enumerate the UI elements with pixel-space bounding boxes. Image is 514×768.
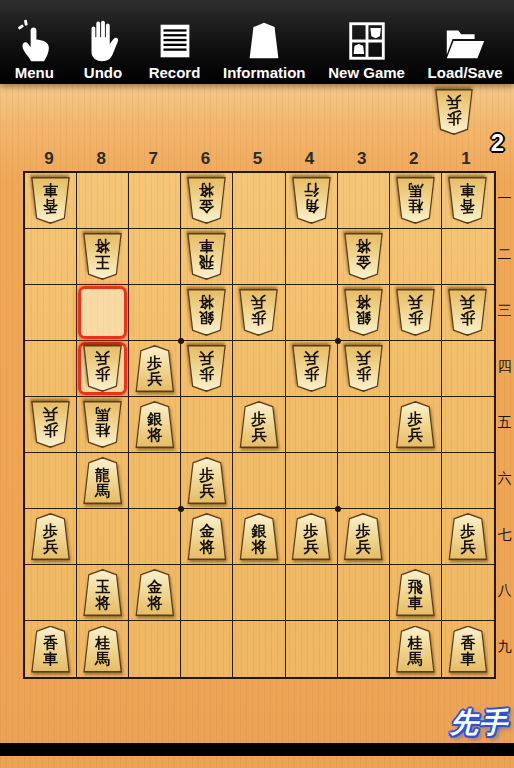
tap-hand-icon [11,18,57,64]
board-cell-2四[interactable] [390,341,442,397]
board-cell-8二[interactable]: 王将 [77,229,129,285]
board-cell-8九[interactable]: 桂馬 [77,621,129,677]
koma-gote: 飛車 [186,233,227,280]
board-cell-1七[interactable]: 歩兵 [442,509,494,565]
koma-sente: 歩兵 [291,513,332,560]
board-cell-6六[interactable]: 歩兵 [181,453,233,509]
record-button[interactable]: Record [147,0,203,84]
rank-label: 二 [495,227,514,283]
board-cell-8一[interactable] [77,173,129,229]
undo-button[interactable]: Undo [78,0,128,84]
information-button[interactable]: Information [221,0,308,84]
rank-label: 一 [495,171,514,227]
koma-sente: 飛車 [395,569,436,616]
board-cell-5九[interactable] [233,621,285,677]
board-cell-6五[interactable] [181,397,233,453]
shogi-board: 香車金将角行桂馬香車王将飛車金将銀将歩兵銀将歩兵歩兵歩兵歩兵歩兵歩兵歩兵歩兵桂馬… [23,171,496,679]
load-save-label: Load/Save [428,64,503,81]
board-cell-1九[interactable]: 香車 [442,621,494,677]
koma-sente: 歩兵 [134,345,175,392]
gote-hand-pawn-count: 2 [491,129,504,157]
board-cell-5三[interactable]: 歩兵 [233,285,285,341]
document-icon [152,18,198,64]
koma-gote: 香車 [447,177,488,224]
board-cell-5一[interactable] [233,173,285,229]
board-cell-9三[interactable] [25,285,77,341]
rank-label: 七 [495,507,514,563]
koma-gote: 歩兵 [395,289,436,336]
board-cell-9九[interactable]: 香車 [25,621,77,677]
koma-gote: 桂馬 [395,177,436,224]
rank-label: 九 [495,619,514,675]
board-cell-8六[interactable]: 龍馬 [77,453,129,509]
koma-gote: 歩兵 [82,345,123,392]
rank-label: 五 [495,395,514,451]
board-cell-5六[interactable] [233,453,285,509]
board-cell-1四[interactable] [442,341,494,397]
board-cell-3四[interactable]: 歩兵 [338,341,390,397]
koma-gote: 金将 [186,177,227,224]
board-cell-9八[interactable] [25,565,77,621]
information-label: Information [223,64,306,81]
koma-gote: 歩兵 [343,345,384,392]
board-cell-4七[interactable]: 歩兵 [286,509,338,565]
board-cell-4九[interactable] [286,621,338,677]
file-label-5: 5 [231,148,283,170]
board-cell-9五[interactable]: 歩兵 [25,397,77,453]
board-cell-7七[interactable] [129,509,181,565]
koma-sente: 歩兵 [186,457,227,504]
board-cell-6七[interactable]: 金将 [181,509,233,565]
board-cell-7六[interactable] [129,453,181,509]
grid-koma-icon [344,18,390,64]
koma-sente: 歩兵 [30,513,71,560]
board-cell-2七[interactable] [390,509,442,565]
record-label: Record [149,64,201,81]
board-cell-3五[interactable] [338,397,390,453]
board-cell-9一[interactable]: 香車 [25,173,77,229]
undo-label: Undo [84,64,122,81]
file-label-2: 2 [388,148,440,170]
board-cell-3三[interactable]: 銀将 [338,285,390,341]
board-cell-2九[interactable]: 桂馬 [390,621,442,677]
file-label-4: 4 [284,148,336,170]
bottom-bar [0,743,514,756]
board-cell-4一[interactable]: 角行 [286,173,338,229]
board-cell-8五[interactable]: 桂馬 [77,397,129,453]
board-cell-8三[interactable] [77,285,129,341]
toolbar: Menu Undo Record [0,0,514,84]
board-cell-2八[interactable]: 飛車 [390,565,442,621]
turn-badge: 先手 [450,704,508,742]
gote-hand[interactable]: 歩兵 2 [434,89,494,151]
load-save-button[interactable]: Load/Save [426,0,505,84]
board-cell-4五[interactable] [286,397,338,453]
file-coordinates: 987654321 [23,148,492,170]
file-label-3: 3 [336,148,388,170]
board-cell-8四[interactable]: 歩兵 [77,341,129,397]
koma-gote: 歩兵 [447,289,488,336]
board-cell-6一[interactable]: 金将 [181,173,233,229]
board-cell-3一[interactable] [338,173,390,229]
koma-sente: 桂馬 [82,626,123,673]
koma-gote: 歩兵 [186,345,227,392]
gote-hand-pawn-text: 歩兵 [447,94,462,126]
board-cell-5二[interactable] [233,229,285,285]
koma-gote: 香車 [30,177,71,224]
rank-label: 八 [495,563,514,619]
play-area: 歩兵 2 987654321 香車金将角行桂馬香車王将飛車金将銀将歩兵銀将歩兵歩… [0,84,514,756]
file-label-7: 7 [127,148,179,170]
gote-hand-pawn-koma: 歩兵 [434,89,474,135]
koma-sente: 金将 [186,513,227,560]
koma-sente: 金将 [134,569,175,616]
board-cell-9七[interactable]: 歩兵 [25,509,77,565]
board-cell-8七[interactable] [77,509,129,565]
board-cell-2五[interactable]: 歩兵 [390,397,442,453]
koma-sente: 桂馬 [395,626,436,673]
board-cell-2六[interactable] [390,453,442,509]
board-cell-7四[interactable]: 歩兵 [129,341,181,397]
koma-sente: 歩兵 [447,513,488,560]
board-cell-5五[interactable]: 歩兵 [233,397,285,453]
file-label-1: 1 [440,148,492,170]
board-cell-3二[interactable]: 金将 [338,229,390,285]
file-label-8: 8 [75,148,127,170]
stop-hand-icon [80,18,126,64]
menu-label: Menu [15,64,54,81]
koma-gote: 歩兵 [30,401,71,448]
hoshi-dot [335,338,341,344]
koma-gote: 歩兵 [238,289,279,336]
board-cell-1六[interactable] [442,453,494,509]
board-cell-7三[interactable] [129,285,181,341]
koma-gote: 歩兵 [291,345,332,392]
board-cell-6二[interactable]: 飛車 [181,229,233,285]
rank-label: 四 [495,339,514,395]
koma-sente: 歩兵 [238,401,279,448]
koma-sente: 龍馬 [82,457,123,504]
board-cell-3八[interactable] [338,565,390,621]
folder-icon [442,18,488,64]
board-cell-9二[interactable] [25,229,77,285]
koma-sente: 歩兵 [343,513,384,560]
koma-gote: 王将 [82,233,123,280]
board-cell-6三[interactable]: 銀将 [181,285,233,341]
koma-sente: 香車 [30,626,71,673]
koma-sente: 銀将 [134,401,175,448]
board-cell-7九[interactable] [129,621,181,677]
board-cell-7五[interactable]: 銀将 [129,397,181,453]
board-cell-6八[interactable] [181,565,233,621]
board-cell-4三[interactable] [286,285,338,341]
board-cell-7二[interactable] [129,229,181,285]
board-cell-1二[interactable] [442,229,494,285]
rank-label: 三 [495,283,514,339]
app-screen: Menu Undo Record [0,0,514,768]
board-cell-3七[interactable]: 歩兵 [338,509,390,565]
koma-sente: 玉将 [82,569,123,616]
koma-sente: 香車 [447,626,488,673]
board-cell-4六[interactable] [286,453,338,509]
board-cell-9六[interactable] [25,453,77,509]
file-label-9: 9 [23,148,75,170]
koma-gote: 銀将 [186,289,227,336]
board-cell-1一[interactable]: 香車 [442,173,494,229]
board-cell-5四[interactable] [233,341,285,397]
new-game-label: New Game [328,64,405,81]
board-cell-2一[interactable]: 桂馬 [390,173,442,229]
board-cell-1三[interactable]: 歩兵 [442,285,494,341]
file-label-6: 6 [179,148,231,170]
board-cell-6四[interactable]: 歩兵 [181,341,233,397]
koma-icon [241,18,287,64]
board-cell-7一[interactable] [129,173,181,229]
board-cell-5七[interactable]: 銀将 [233,509,285,565]
board-cell-4八[interactable] [286,565,338,621]
board-cell-5八[interactable] [233,565,285,621]
koma-sente: 銀将 [238,513,279,560]
board-cell-8八[interactable]: 玉将 [77,565,129,621]
hoshi-dot [335,506,341,512]
board-cell-7八[interactable]: 金将 [129,565,181,621]
board-cell-3九[interactable] [338,621,390,677]
board-cell-4四[interactable]: 歩兵 [286,341,338,397]
koma-sente: 歩兵 [395,401,436,448]
board-cell-1五[interactable] [442,397,494,453]
board-cell-6九[interactable] [181,621,233,677]
rank-label: 六 [495,451,514,507]
new-game-button[interactable]: New Game [326,0,407,84]
board-cell-1八[interactable] [442,565,494,621]
koma-gote: 金将 [343,233,384,280]
board-cell-2三[interactable]: 歩兵 [390,285,442,341]
board-cell-9四[interactable] [25,341,77,397]
board-cell-3六[interactable] [338,453,390,509]
menu-button[interactable]: Menu [9,0,59,84]
koma-gote: 角行 [291,177,332,224]
board-cell-2二[interactable] [390,229,442,285]
koma-gote: 桂馬 [82,401,123,448]
board-cell-4二[interactable] [286,229,338,285]
koma-gote: 銀将 [343,289,384,336]
rank-coordinates: 一二三四五六七八九 [495,171,514,675]
